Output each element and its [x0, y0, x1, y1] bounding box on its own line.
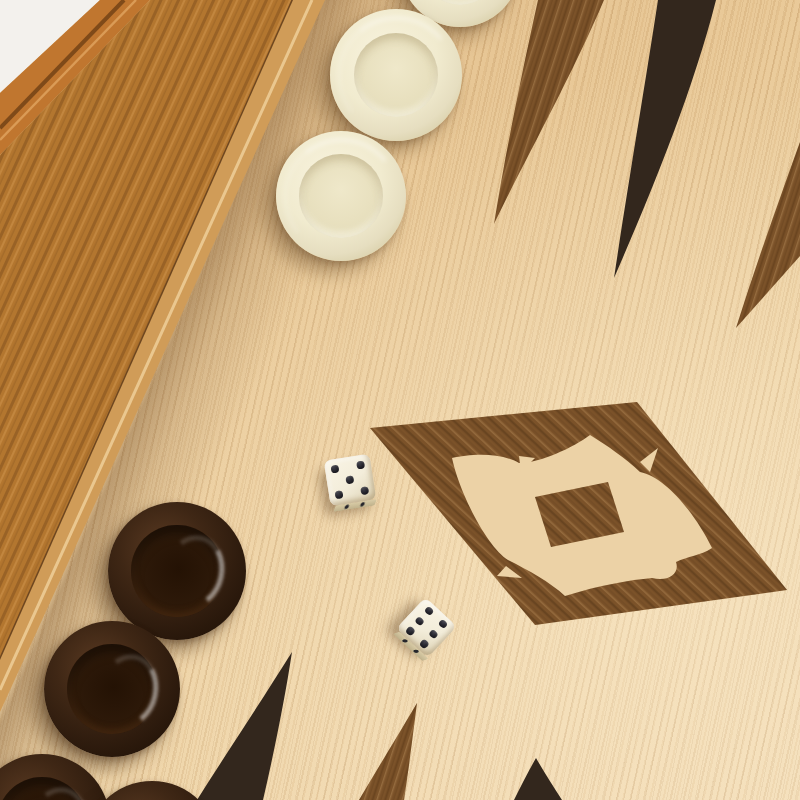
die-pip — [423, 606, 434, 617]
top-point-walnut-clipped-grain — [736, 142, 800, 328]
die-pip — [360, 486, 369, 495]
die-pip — [345, 475, 354, 484]
die-pip — [335, 490, 344, 499]
top-point-dark[interactable] — [614, 0, 716, 278]
die-pip — [419, 639, 430, 650]
points-bottom — [197, 652, 562, 800]
bottom-point-dark-1[interactable] — [197, 652, 292, 800]
checker-dark-1[interactable] — [108, 502, 246, 640]
die-showing-five[interactable] — [324, 454, 377, 507]
checker-dark-2[interactable] — [44, 621, 180, 757]
die-pip — [405, 626, 416, 637]
bottom-point-dark-2[interactable] — [514, 758, 562, 800]
bottom-point-walnut-grain — [359, 703, 417, 800]
die-pip — [331, 465, 340, 474]
die-pip — [437, 618, 448, 629]
checker-cream-2[interactable] — [330, 9, 462, 141]
points-top — [494, 0, 800, 328]
checker-cream-3[interactable] — [276, 131, 406, 261]
die-pip — [414, 616, 425, 627]
die-pip — [428, 628, 439, 639]
backgammon-scene — [0, 0, 800, 800]
center-medallion — [370, 402, 787, 625]
die-pip — [356, 461, 365, 470]
top-point-walnut-grain — [494, 0, 604, 224]
